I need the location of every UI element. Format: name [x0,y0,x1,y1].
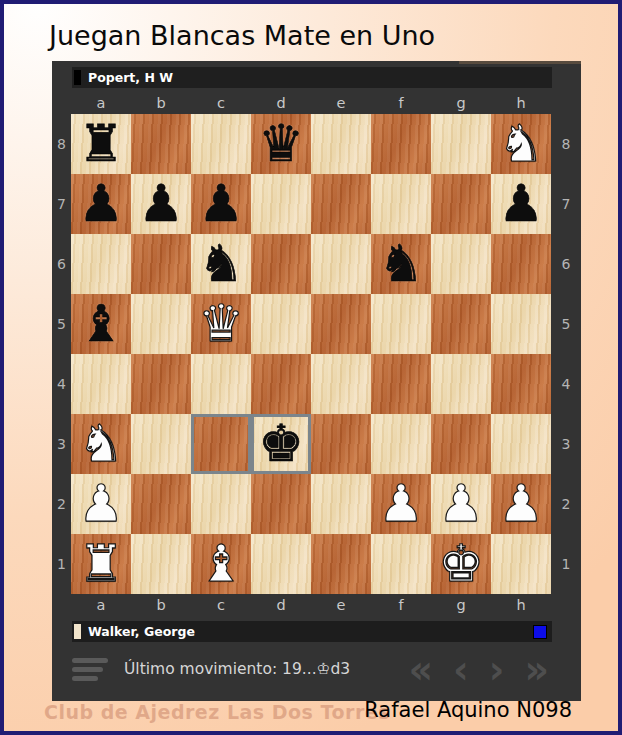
square-d7[interactable] [251,174,311,234]
rank-label-1: 1 [551,534,581,594]
file-label-f: f [371,595,431,615]
square-g5[interactable] [431,294,491,354]
piece-black-pawn[interactable]: ♟ [138,174,184,234]
author-label: Rafael Aquino N098 [364,698,572,722]
file-label-b: b [131,93,191,113]
square-f8[interactable] [371,114,431,174]
square-e1[interactable] [311,534,371,594]
player-bar-black: Popert, H W [72,67,552,88]
square-d6[interactable] [251,234,311,294]
square-c1[interactable]: ♝ [191,534,251,594]
piece-black-pawn[interactable]: ♟ [498,174,544,234]
controls-bar: Último movimiento: 19...♔d3 « ‹ › » [72,647,552,691]
square-f4[interactable] [371,354,431,414]
square-d2[interactable] [251,474,311,534]
square-d3[interactable]: ♚ [251,414,311,474]
square-g1[interactable]: ♚ [431,534,491,594]
square-d5[interactable] [251,294,311,354]
rank-label-8: 8 [551,114,581,174]
file-label-d: d [251,93,311,113]
square-g6[interactable] [431,234,491,294]
piece-white-bishop[interactable]: ♝ [198,534,244,594]
piece-white-pawn[interactable]: ♟ [78,474,124,534]
square-f1[interactable] [371,534,431,594]
rank-label-5: 5 [551,294,581,354]
square-f2[interactable]: ♟ [371,474,431,534]
black-color-marker [74,70,81,85]
nav-next-button[interactable]: › [486,649,508,689]
square-c2[interactable] [191,474,251,534]
file-labels-bottom: abcdefgh [71,595,551,615]
rank-label-6: 6 [551,234,581,294]
board: ♜♛♞♟♟♟♟♞♞♝♛♞♚♟♟♟♟♜♝♚ [71,114,551,594]
file-label-d: d [251,595,311,615]
square-d4[interactable] [251,354,311,414]
piece-black-pawn[interactable]: ♟ [78,174,124,234]
piece-black-bishop[interactable]: ♝ [78,294,124,354]
rank-labels-left: 87654321 [52,114,71,594]
rank-label-7: 7 [52,174,71,234]
square-b2[interactable] [131,474,191,534]
file-label-e: e [311,595,371,615]
white-color-marker [74,624,81,639]
piece-white-king[interactable]: ♚ [438,534,484,594]
piece-white-queen[interactable]: ♛ [198,294,244,354]
square-g3[interactable] [431,414,491,474]
piece-white-pawn[interactable]: ♟ [378,474,424,534]
nav-controls: « ‹ › » [406,650,552,688]
square-b4[interactable] [131,354,191,414]
square-g7[interactable] [431,174,491,234]
square-h1[interactable] [491,534,551,594]
square-h2[interactable]: ♟ [491,474,551,534]
piece-black-knight[interactable]: ♞ [378,234,424,294]
square-h8[interactable]: ♞ [491,114,551,174]
square-d1[interactable] [251,534,311,594]
piece-black-rook[interactable]: ♜ [78,114,124,174]
last-move-label: Último movimiento: 19...♔d3 [124,660,350,678]
file-label-g: g [431,93,491,113]
black-player-name: Popert, H W [88,70,173,85]
club-watermark: Club de Ajedrez Las Dos Torres [44,701,390,723]
square-h5[interactable] [491,294,551,354]
square-e7[interactable] [311,174,371,234]
square-h4[interactable] [491,354,551,414]
square-b1[interactable] [131,534,191,594]
nav-first-button[interactable]: « [406,649,437,689]
rank-label-2: 2 [52,474,71,534]
file-label-g: g [431,595,491,615]
square-a1[interactable]: ♜ [71,534,131,594]
square-a2[interactable]: ♟ [71,474,131,534]
rank-label-5: 5 [52,294,71,354]
file-label-h: h [491,93,551,113]
square-c7[interactable]: ♟ [191,174,251,234]
menu-icon[interactable] [72,658,108,681]
square-f6[interactable]: ♞ [371,234,431,294]
file-label-a: a [71,93,131,113]
piece-white-knight[interactable]: ♞ [78,414,124,474]
square-a3[interactable]: ♞ [71,414,131,474]
chess-panel: Popert, H W abcdefgh 87654321 ♜♛♞♟♟♟♟♞♞♝… [52,61,581,701]
file-labels-top: abcdefgh [71,93,551,113]
rank-label-8: 8 [52,114,71,174]
nav-last-button[interactable]: » [521,649,552,689]
piece-white-pawn[interactable]: ♟ [498,474,544,534]
square-c4[interactable] [191,354,251,414]
square-b6[interactable] [131,234,191,294]
square-e2[interactable] [311,474,371,534]
file-label-c: c [191,595,251,615]
rank-label-4: 4 [52,354,71,414]
square-d8[interactable]: ♛ [251,114,311,174]
square-a6[interactable] [71,234,131,294]
piece-black-king[interactable]: ♚ [258,414,304,474]
square-b8[interactable] [131,114,191,174]
piece-white-knight[interactable]: ♞ [498,114,544,174]
rank-label-3: 3 [551,414,581,474]
square-c6[interactable]: ♞ [191,234,251,294]
square-a7[interactable]: ♟ [71,174,131,234]
file-label-a: a [71,595,131,615]
square-h6[interactable] [491,234,551,294]
square-e6[interactable] [311,234,371,294]
square-e8[interactable] [311,114,371,174]
square-g2[interactable]: ♟ [431,474,491,534]
file-label-e: e [311,93,371,113]
square-f5[interactable] [371,294,431,354]
piece-white-rook[interactable]: ♜ [78,534,124,594]
file-label-f: f [371,93,431,113]
piece-black-pawn[interactable]: ♟ [198,174,244,234]
rank-label-3: 3 [52,414,71,474]
square-h7[interactable]: ♟ [491,174,551,234]
square-c3[interactable] [191,414,251,474]
rank-label-4: 4 [551,354,581,414]
page-title: Juegan Blancas Mate en Uno [49,20,435,51]
square-b5[interactable] [131,294,191,354]
nav-prev-button[interactable]: ‹ [450,649,472,689]
player-bar-white: Walker, George [72,621,552,642]
square-e4[interactable] [311,354,371,414]
square-b3[interactable] [131,414,191,474]
rank-label-2: 2 [551,474,581,534]
square-f7[interactable] [371,174,431,234]
square-h3[interactable] [491,414,551,474]
file-label-b: b [131,595,191,615]
rank-label-7: 7 [551,174,581,234]
square-c5[interactable]: ♛ [191,294,251,354]
file-label-c: c [191,93,251,113]
square-e5[interactable] [311,294,371,354]
turn-indicator [533,625,547,639]
rank-label-6: 6 [52,234,71,294]
piece-black-queen[interactable]: ♛ [258,114,304,174]
piece-black-knight[interactable]: ♞ [198,234,244,294]
square-e3[interactable] [311,414,371,474]
square-g4[interactable] [431,354,491,414]
square-a5[interactable]: ♝ [71,294,131,354]
square-a4[interactable] [71,354,131,414]
piece-white-pawn[interactable]: ♟ [438,474,484,534]
rank-label-1: 1 [52,534,71,594]
square-f3[interactable] [371,414,431,474]
white-player-name: Walker, George [88,624,195,639]
square-g8[interactable] [431,114,491,174]
square-b7[interactable]: ♟ [131,174,191,234]
rank-labels-right: 87654321 [551,114,581,594]
panel-top-strip [459,61,581,64]
square-a8[interactable]: ♜ [71,114,131,174]
square-c8[interactable] [191,114,251,174]
file-label-h: h [491,595,551,615]
